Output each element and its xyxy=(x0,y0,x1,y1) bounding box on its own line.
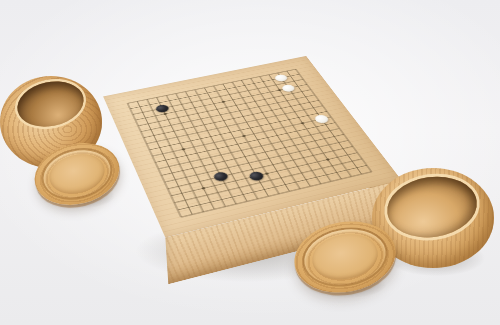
studio-scene xyxy=(0,0,500,325)
black-stone xyxy=(212,171,230,182)
go-board xyxy=(103,56,401,238)
black-stone xyxy=(247,170,265,181)
